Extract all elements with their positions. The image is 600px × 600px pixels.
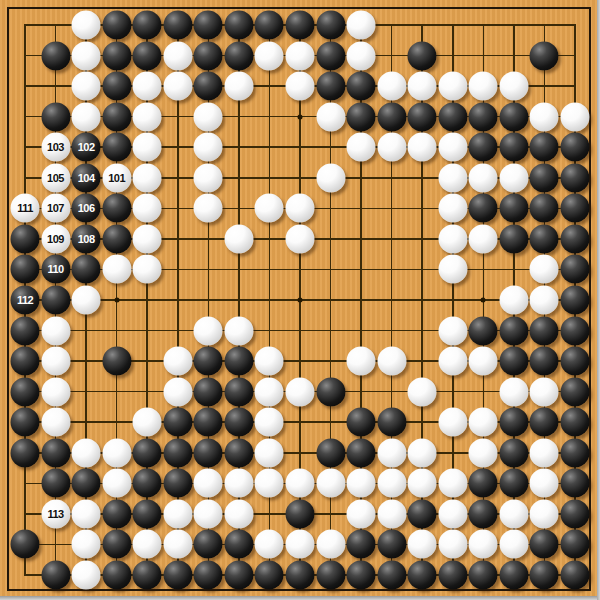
black-stone[interactable] — [163, 11, 192, 40]
white-stone[interactable] — [530, 102, 559, 131]
black-stone[interactable] — [561, 224, 590, 253]
white-stone[interactable]: 109 — [41, 224, 70, 253]
black-stone[interactable] — [347, 530, 376, 559]
black-stone[interactable] — [133, 561, 162, 590]
move-number-label: 112 — [17, 295, 33, 306]
black-stone[interactable] — [11, 438, 40, 467]
black-stone[interactable] — [377, 408, 406, 437]
black-stone[interactable] — [347, 408, 376, 437]
star-point — [114, 298, 119, 303]
white-stone[interactable] — [438, 72, 467, 101]
black-stone[interactable] — [561, 163, 590, 192]
black-stone[interactable] — [530, 224, 559, 253]
white-stone[interactable] — [194, 499, 223, 528]
black-stone[interactable] — [224, 11, 253, 40]
white-stone[interactable] — [102, 255, 131, 284]
black-stone[interactable] — [469, 469, 498, 498]
black-stone[interactable] — [41, 561, 70, 590]
black-stone[interactable] — [224, 438, 253, 467]
black-stone[interactable] — [499, 102, 528, 131]
white-stone[interactable] — [408, 72, 437, 101]
black-stone[interactable] — [561, 347, 590, 376]
white-stone[interactable] — [499, 163, 528, 192]
black-stone[interactable] — [224, 408, 253, 437]
black-stone[interactable] — [11, 255, 40, 284]
black-stone[interactable] — [194, 347, 223, 376]
black-stone[interactable] — [224, 530, 253, 559]
white-stone[interactable] — [286, 194, 315, 223]
white-stone[interactable] — [255, 347, 284, 376]
white-stone[interactable] — [41, 347, 70, 376]
black-stone[interactable] — [133, 11, 162, 40]
white-stone[interactable] — [469, 347, 498, 376]
black-stone[interactable] — [11, 316, 40, 345]
black-stone[interactable] — [41, 469, 70, 498]
white-stone[interactable] — [72, 499, 101, 528]
white-stone[interactable] — [530, 438, 559, 467]
black-stone[interactable] — [561, 438, 590, 467]
white-stone[interactable] — [133, 530, 162, 559]
black-stone[interactable] — [499, 194, 528, 223]
black-stone[interactable] — [316, 41, 345, 70]
white-stone[interactable] — [438, 408, 467, 437]
white-stone[interactable] — [255, 438, 284, 467]
white-stone[interactable] — [194, 469, 223, 498]
white-stone[interactable] — [72, 11, 101, 40]
black-stone[interactable] — [163, 408, 192, 437]
black-stone[interactable] — [377, 530, 406, 559]
black-stone[interactable]: 112 — [11, 286, 40, 315]
board-bottom-bevel — [0, 596, 600, 600]
white-stone[interactable] — [224, 316, 253, 345]
white-stone[interactable] — [438, 163, 467, 192]
white-stone[interactable] — [163, 347, 192, 376]
white-stone[interactable] — [408, 469, 437, 498]
white-stone[interactable] — [255, 194, 284, 223]
white-stone[interactable] — [438, 316, 467, 345]
white-stone[interactable] — [163, 377, 192, 406]
black-stone[interactable] — [499, 561, 528, 590]
white-stone[interactable] — [194, 194, 223, 223]
white-stone[interactable] — [224, 499, 253, 528]
black-stone[interactable] — [102, 224, 131, 253]
white-stone[interactable] — [72, 102, 101, 131]
black-stone[interactable] — [530, 408, 559, 437]
white-stone[interactable] — [347, 41, 376, 70]
black-stone[interactable] — [41, 286, 70, 315]
black-stone[interactable] — [530, 561, 559, 590]
white-stone[interactable] — [316, 163, 345, 192]
move-number-label: 108 — [78, 233, 95, 244]
white-stone[interactable] — [347, 347, 376, 376]
black-stone[interactable] — [347, 438, 376, 467]
black-stone[interactable] — [72, 255, 101, 284]
black-stone[interactable] — [102, 102, 131, 131]
white-stone[interactable] — [499, 530, 528, 559]
black-stone[interactable] — [469, 316, 498, 345]
black-stone[interactable] — [224, 377, 253, 406]
white-stone[interactable] — [133, 194, 162, 223]
white-stone[interactable] — [163, 499, 192, 528]
black-stone[interactable] — [163, 469, 192, 498]
white-stone[interactable] — [561, 102, 590, 131]
black-stone[interactable] — [194, 11, 223, 40]
white-stone[interactable] — [194, 102, 223, 131]
black-stone[interactable] — [163, 561, 192, 590]
white-stone[interactable] — [41, 408, 70, 437]
black-stone[interactable] — [102, 194, 131, 223]
white-stone[interactable] — [133, 72, 162, 101]
white-stone[interactable]: 105 — [41, 163, 70, 192]
black-stone[interactable] — [499, 469, 528, 498]
black-stone[interactable] — [469, 133, 498, 162]
white-stone[interactable] — [347, 469, 376, 498]
black-stone[interactable] — [408, 102, 437, 131]
white-stone[interactable] — [347, 11, 376, 40]
black-stone[interactable] — [377, 561, 406, 590]
black-stone[interactable] — [11, 377, 40, 406]
black-stone[interactable] — [469, 102, 498, 131]
black-stone[interactable] — [561, 133, 590, 162]
white-stone[interactable] — [347, 133, 376, 162]
white-stone[interactable] — [438, 499, 467, 528]
star-point — [481, 298, 486, 303]
black-stone[interactable] — [194, 438, 223, 467]
black-stone[interactable] — [102, 11, 131, 40]
white-stone[interactable] — [133, 133, 162, 162]
white-stone[interactable] — [499, 499, 528, 528]
white-stone[interactable] — [469, 530, 498, 559]
black-stone[interactable] — [438, 561, 467, 590]
black-stone[interactable] — [408, 41, 437, 70]
white-stone[interactable] — [438, 347, 467, 376]
white-stone[interactable] — [438, 224, 467, 253]
black-stone[interactable] — [469, 499, 498, 528]
white-stone[interactable] — [286, 41, 315, 70]
white-stone[interactable] — [102, 438, 131, 467]
black-stone[interactable] — [11, 530, 40, 559]
black-stone[interactable] — [561, 561, 590, 590]
white-stone[interactable] — [286, 377, 315, 406]
black-stone[interactable] — [530, 530, 559, 559]
black-stone[interactable] — [102, 41, 131, 70]
white-stone[interactable] — [499, 286, 528, 315]
white-stone[interactable] — [408, 530, 437, 559]
black-stone[interactable] — [41, 41, 70, 70]
move-number-label: 101 — [108, 172, 125, 183]
black-stone[interactable] — [469, 194, 498, 223]
white-stone[interactable] — [224, 224, 253, 253]
white-stone[interactable] — [499, 377, 528, 406]
black-stone[interactable] — [224, 41, 253, 70]
white-stone[interactable] — [377, 72, 406, 101]
white-stone[interactable] — [377, 469, 406, 498]
white-stone[interactable] — [133, 408, 162, 437]
black-stone[interactable] — [316, 561, 345, 590]
black-stone[interactable] — [347, 102, 376, 131]
white-stone[interactable] — [530, 286, 559, 315]
black-stone[interactable] — [41, 438, 70, 467]
white-stone[interactable] — [316, 530, 345, 559]
white-stone[interactable] — [438, 194, 467, 223]
white-stone[interactable] — [377, 438, 406, 467]
white-stone[interactable] — [255, 377, 284, 406]
black-stone[interactable] — [347, 72, 376, 101]
white-stone[interactable] — [530, 469, 559, 498]
move-number-label: 106 — [78, 203, 95, 214]
black-stone[interactable] — [11, 224, 40, 253]
black-stone[interactable] — [530, 163, 559, 192]
black-stone[interactable] — [11, 347, 40, 376]
white-stone[interactable] — [469, 438, 498, 467]
white-stone[interactable] — [438, 469, 467, 498]
black-stone[interactable] — [102, 347, 131, 376]
black-stone[interactable] — [41, 102, 70, 131]
star-point — [298, 298, 303, 303]
move-number-label: 105 — [47, 172, 64, 183]
black-stone[interactable]: 110 — [41, 255, 70, 284]
white-stone[interactable]: 111 — [11, 194, 40, 223]
move-number-label: 109 — [47, 233, 64, 244]
black-stone[interactable]: 108 — [72, 224, 101, 253]
white-stone[interactable] — [102, 469, 131, 498]
white-stone[interactable] — [316, 102, 345, 131]
white-stone[interactable] — [286, 469, 315, 498]
white-stone[interactable] — [194, 163, 223, 192]
white-stone[interactable] — [469, 163, 498, 192]
black-stone[interactable] — [469, 561, 498, 590]
black-stone[interactable] — [102, 499, 131, 528]
black-stone[interactable] — [286, 499, 315, 528]
white-stone[interactable] — [72, 72, 101, 101]
black-stone[interactable] — [408, 499, 437, 528]
white-stone[interactable] — [377, 499, 406, 528]
black-stone[interactable] — [194, 377, 223, 406]
white-stone[interactable] — [286, 224, 315, 253]
white-stone[interactable] — [347, 499, 376, 528]
white-stone[interactable] — [72, 561, 101, 590]
black-stone[interactable] — [347, 561, 376, 590]
white-stone[interactable] — [72, 41, 101, 70]
white-stone[interactable]: 101 — [102, 163, 131, 192]
black-stone[interactable] — [194, 41, 223, 70]
white-stone[interactable] — [316, 469, 345, 498]
white-stone[interactable] — [377, 133, 406, 162]
black-stone[interactable] — [499, 408, 528, 437]
white-stone[interactable] — [377, 347, 406, 376]
black-stone[interactable] — [316, 377, 345, 406]
black-stone[interactable] — [163, 438, 192, 467]
star-point — [298, 114, 303, 119]
white-stone[interactable] — [194, 316, 223, 345]
black-stone[interactable]: 104 — [72, 163, 101, 192]
black-stone[interactable] — [133, 438, 162, 467]
white-stone[interactable] — [408, 377, 437, 406]
black-stone[interactable] — [408, 561, 437, 590]
black-stone[interactable] — [194, 72, 223, 101]
black-stone[interactable] — [11, 408, 40, 437]
white-stone[interactable] — [469, 72, 498, 101]
black-stone[interactable] — [194, 561, 223, 590]
white-stone[interactable] — [163, 41, 192, 70]
black-stone[interactable] — [561, 469, 590, 498]
white-stone[interactable]: 113 — [41, 499, 70, 528]
black-stone[interactable] — [316, 11, 345, 40]
black-stone[interactable] — [561, 408, 590, 437]
black-stone[interactable] — [102, 72, 131, 101]
white-stone[interactable] — [163, 530, 192, 559]
white-stone[interactable] — [530, 499, 559, 528]
black-stone[interactable] — [530, 133, 559, 162]
move-number-label: 107 — [47, 203, 64, 214]
move-number-label: 103 — [47, 142, 64, 153]
white-stone[interactable]: 107 — [41, 194, 70, 223]
white-stone[interactable] — [438, 133, 467, 162]
white-stone[interactable] — [255, 469, 284, 498]
black-stone[interactable] — [499, 316, 528, 345]
white-stone[interactable] — [255, 408, 284, 437]
black-stone[interactable] — [530, 41, 559, 70]
black-stone[interactable] — [102, 530, 131, 559]
black-stone[interactable] — [286, 561, 315, 590]
black-stone[interactable] — [133, 41, 162, 70]
move-number-label: 113 — [47, 508, 63, 519]
white-stone[interactable] — [41, 377, 70, 406]
black-stone[interactable] — [561, 255, 590, 284]
white-stone[interactable] — [72, 438, 101, 467]
black-stone[interactable] — [102, 561, 131, 590]
white-stone[interactable] — [438, 530, 467, 559]
black-stone[interactable] — [255, 11, 284, 40]
white-stone[interactable] — [469, 224, 498, 253]
black-stone[interactable] — [530, 194, 559, 223]
move-number-label: 111 — [17, 203, 33, 214]
white-stone[interactable] — [408, 133, 437, 162]
black-stone[interactable] — [499, 133, 528, 162]
black-stone[interactable] — [316, 438, 345, 467]
black-stone[interactable] — [499, 347, 528, 376]
white-stone[interactable] — [286, 72, 315, 101]
black-stone[interactable] — [499, 224, 528, 253]
white-stone[interactable] — [163, 72, 192, 101]
white-stone[interactable] — [133, 102, 162, 131]
move-number-label: 110 — [47, 264, 63, 275]
black-stone[interactable] — [224, 561, 253, 590]
black-stone[interactable] — [561, 286, 590, 315]
black-stone[interactable] — [561, 499, 590, 528]
white-stone[interactable] — [499, 72, 528, 101]
black-stone[interactable]: 102 — [72, 133, 101, 162]
white-stone[interactable]: 103 — [41, 133, 70, 162]
black-stone[interactable] — [133, 499, 162, 528]
white-stone[interactable] — [224, 469, 253, 498]
white-stone[interactable] — [72, 286, 101, 315]
black-stone[interactable] — [438, 102, 467, 131]
black-stone[interactable] — [255, 561, 284, 590]
black-stone[interactable] — [194, 408, 223, 437]
white-stone[interactable] — [72, 530, 101, 559]
black-stone[interactable] — [561, 316, 590, 345]
black-stone[interactable] — [561, 530, 590, 559]
black-stone[interactable] — [194, 530, 223, 559]
white-stone[interactable] — [408, 438, 437, 467]
white-stone[interactable] — [255, 530, 284, 559]
black-stone[interactable] — [561, 377, 590, 406]
black-stone[interactable] — [133, 469, 162, 498]
white-stone[interactable] — [469, 408, 498, 437]
black-stone[interactable] — [499, 438, 528, 467]
black-stone[interactable] — [377, 102, 406, 131]
white-stone[interactable] — [133, 224, 162, 253]
black-stone[interactable] — [561, 194, 590, 223]
white-stone[interactable] — [224, 72, 253, 101]
black-stone[interactable] — [102, 133, 131, 162]
white-stone[interactable] — [530, 377, 559, 406]
white-stone[interactable] — [41, 316, 70, 345]
black-stone[interactable]: 106 — [72, 194, 101, 223]
white-stone[interactable] — [286, 530, 315, 559]
white-stone[interactable] — [530, 255, 559, 284]
white-stone[interactable] — [133, 255, 162, 284]
white-stone[interactable] — [133, 163, 162, 192]
move-number-label: 104 — [78, 172, 95, 183]
white-stone[interactable] — [194, 133, 223, 162]
go-board[interactable]: 103102105104101111107106109108110112113 — [0, 0, 600, 600]
black-stone[interactable] — [530, 316, 559, 345]
white-stone[interactable] — [438, 255, 467, 284]
black-stone[interactable] — [72, 469, 101, 498]
white-stone[interactable] — [255, 41, 284, 70]
black-stone[interactable] — [316, 72, 345, 101]
black-stone[interactable] — [286, 11, 315, 40]
move-number-label: 102 — [78, 142, 95, 153]
black-stone[interactable] — [224, 347, 253, 376]
black-stone[interactable] — [530, 347, 559, 376]
